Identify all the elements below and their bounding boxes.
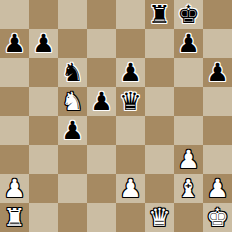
square-h1[interactable]: ♚ xyxy=(203,203,232,232)
square-b8[interactable] xyxy=(29,0,58,29)
piece-black-pawn[interactable]: ♟ xyxy=(3,29,25,58)
square-b2[interactable] xyxy=(29,174,58,203)
square-e8[interactable] xyxy=(116,0,145,29)
square-c4[interactable]: ♟ xyxy=(58,116,87,145)
square-e2[interactable]: ♟ xyxy=(116,174,145,203)
piece-black-pawn[interactable]: ♟ xyxy=(61,116,83,145)
piece-black-pawn[interactable]: ♟ xyxy=(119,58,141,87)
square-b1[interactable] xyxy=(29,203,58,232)
square-g8[interactable]: ♚ xyxy=(174,0,203,29)
square-g7[interactable]: ♟ xyxy=(174,29,203,58)
square-g1[interactable] xyxy=(174,203,203,232)
square-e3[interactable] xyxy=(116,145,145,174)
square-a1[interactable]: ♜ xyxy=(0,203,29,232)
square-g4[interactable] xyxy=(174,116,203,145)
piece-white-knight[interactable]: ♞ xyxy=(61,87,83,116)
square-c5[interactable]: ♞ xyxy=(58,87,87,116)
piece-white-king[interactable]: ♚ xyxy=(206,203,228,232)
piece-black-rook[interactable]: ♜ xyxy=(148,0,170,29)
square-d4[interactable] xyxy=(87,116,116,145)
square-a7[interactable]: ♟ xyxy=(0,29,29,58)
square-b4[interactable] xyxy=(29,116,58,145)
piece-black-queen[interactable]: ♛ xyxy=(119,87,141,116)
square-f8[interactable]: ♜ xyxy=(145,0,174,29)
square-h7[interactable] xyxy=(203,29,232,58)
square-a2[interactable]: ♟ xyxy=(0,174,29,203)
square-a6[interactable] xyxy=(0,58,29,87)
square-d2[interactable] xyxy=(87,174,116,203)
square-a4[interactable] xyxy=(0,116,29,145)
square-h3[interactable] xyxy=(203,145,232,174)
square-f3[interactable] xyxy=(145,145,174,174)
square-g3[interactable]: ♟ xyxy=(174,145,203,174)
square-b5[interactable] xyxy=(29,87,58,116)
piece-black-pawn[interactable]: ♟ xyxy=(32,29,54,58)
square-d8[interactable] xyxy=(87,0,116,29)
square-b6[interactable] xyxy=(29,58,58,87)
square-a8[interactable] xyxy=(0,0,29,29)
square-g2[interactable]: ♝ xyxy=(174,174,203,203)
square-h4[interactable] xyxy=(203,116,232,145)
square-f1[interactable]: ♛ xyxy=(145,203,174,232)
square-f6[interactable] xyxy=(145,58,174,87)
square-d5[interactable]: ♟ xyxy=(87,87,116,116)
square-g5[interactable] xyxy=(174,87,203,116)
square-d3[interactable] xyxy=(87,145,116,174)
square-c1[interactable] xyxy=(58,203,87,232)
square-h2[interactable]: ♟ xyxy=(203,174,232,203)
piece-white-pawn[interactable]: ♟ xyxy=(177,145,199,174)
piece-black-pawn[interactable]: ♟ xyxy=(177,29,199,58)
square-h8[interactable] xyxy=(203,0,232,29)
square-e1[interactable] xyxy=(116,203,145,232)
chess-board: ♜♚♟♟♟♞♟♟♞♟♛♟♟♟♟♝♟♜♛♚ xyxy=(0,0,232,232)
square-h6[interactable]: ♟ xyxy=(203,58,232,87)
piece-white-pawn[interactable]: ♟ xyxy=(119,174,141,203)
square-a3[interactable] xyxy=(0,145,29,174)
square-f2[interactable] xyxy=(145,174,174,203)
square-d6[interactable] xyxy=(87,58,116,87)
square-a5[interactable] xyxy=(0,87,29,116)
piece-white-pawn[interactable]: ♟ xyxy=(3,174,25,203)
piece-black-pawn[interactable]: ♟ xyxy=(206,58,228,87)
square-g6[interactable] xyxy=(174,58,203,87)
square-b7[interactable]: ♟ xyxy=(29,29,58,58)
piece-white-pawn[interactable]: ♟ xyxy=(206,174,228,203)
square-c8[interactable] xyxy=(58,0,87,29)
square-f5[interactable] xyxy=(145,87,174,116)
square-c6[interactable]: ♞ xyxy=(58,58,87,87)
piece-white-bishop[interactable]: ♝ xyxy=(177,174,199,203)
square-c7[interactable] xyxy=(58,29,87,58)
square-h5[interactable] xyxy=(203,87,232,116)
square-b3[interactable] xyxy=(29,145,58,174)
square-c3[interactable] xyxy=(58,145,87,174)
square-d1[interactable] xyxy=(87,203,116,232)
square-c2[interactable] xyxy=(58,174,87,203)
square-e7[interactable] xyxy=(116,29,145,58)
square-e4[interactable] xyxy=(116,116,145,145)
piece-white-rook[interactable]: ♜ xyxy=(3,203,25,232)
square-f7[interactable] xyxy=(145,29,174,58)
piece-white-queen[interactable]: ♛ xyxy=(148,203,170,232)
square-d7[interactable] xyxy=(87,29,116,58)
piece-black-knight[interactable]: ♞ xyxy=(61,58,83,87)
square-f4[interactable] xyxy=(145,116,174,145)
piece-black-pawn[interactable]: ♟ xyxy=(90,87,112,116)
piece-black-king[interactable]: ♚ xyxy=(177,0,199,29)
square-e5[interactable]: ♛ xyxy=(116,87,145,116)
square-e6[interactable]: ♟ xyxy=(116,58,145,87)
